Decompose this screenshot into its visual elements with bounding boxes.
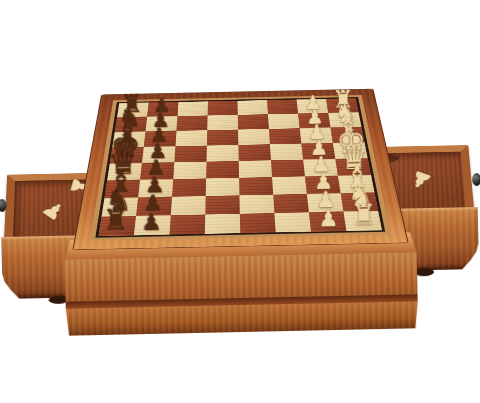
board-plane: ♜♟♟♜♞♟♟♞♝♟♟♝♚♟♟♚♛♟♟♛♝♟♟♝♞♟♟♞♜♟♟♜: [74, 89, 408, 249]
board-inlay-strip: ♜♟♟♜♞♟♟♞♝♟♟♝♚♟♟♚♛♟♟♛♝♟♟♝♞♟♟♞♜♟♟♜: [90, 95, 391, 241]
square-r7c7: ♜: [344, 211, 382, 231]
square-r5c5: [272, 176, 307, 194]
square-r3c4: [238, 144, 271, 161]
base-body: [65, 252, 418, 301]
square-r6c5: [273, 194, 309, 213]
square-r7c0: ♜: [99, 216, 137, 236]
board: ♜♟♟♜♞♟♟♞♝♟♟♝♚♟♟♚♛♟♟♛♝♟♟♝♞♟♟♞♜♟♟♜: [95, 97, 385, 238]
square-r6c3: [205, 195, 240, 214]
black-rook: ♜: [103, 206, 129, 235]
chess-set-group: ♟♟ ♟♟ ♜♟♟♜♞♟♟♞♝♟♟♝♚♟♟♚♛♟♟♛♝♟♟♝♞♟♟♞♜♟♟: [0, 0, 480, 403]
white-rook: ♜: [351, 201, 377, 230]
square-r5c3: [206, 178, 240, 196]
square-r6c2: [171, 196, 206, 215]
square-r1c4: [238, 114, 269, 129]
board-frame: ♜♟♟♜♞♟♟♞♝♟♟♝♚♟♟♚♛♟♟♛♝♟♟♝♞♟♟♞♜♟♟♜: [74, 89, 408, 249]
square-r2c4: [238, 129, 270, 145]
square-r7c6: ♟: [309, 212, 347, 232]
square-r3c5: [270, 144, 303, 161]
product-photo-chess-set: ♟♟ ♟♟ ♜♟♟♜♞♟♟♞♝♟♟♝♚♟♟♚♛♟♟♛♝♟♟♝♞♟♟♞♜♟♟: [0, 0, 480, 403]
square-r5c2: [172, 178, 206, 196]
square-r4c5: [271, 160, 305, 177]
board-scene: ♜♟♟♜♞♟♟♞♝♟♟♝♚♟♟♚♛♟♟♛♝♟♟♝♞♟♟♞♜♟♟♜: [69, 5, 408, 248]
square-r0c2: [177, 101, 208, 116]
white-pawn-lying: ♟: [37, 197, 70, 224]
square-r7c3: [205, 214, 240, 234]
square-r2c5: [269, 128, 302, 144]
square-r1c2: [176, 115, 207, 130]
square-r1c5: [268, 114, 300, 129]
square-r5c4: [239, 177, 273, 195]
square-r4c4: [239, 160, 272, 177]
square-r2c2: [175, 130, 207, 146]
square-r4c2: [173, 162, 206, 179]
square-r6c4: [239, 195, 274, 214]
square-r0c4: [237, 100, 267, 115]
square-r0c3: [208, 101, 238, 116]
square-r4c3: [206, 161, 239, 178]
square-r1c3: [207, 115, 238, 130]
square-r0c5: [267, 100, 298, 115]
white-pawn: ♟: [318, 207, 339, 230]
black-pawn: ♟: [141, 211, 162, 234]
square-r7c4: [240, 213, 276, 233]
white-pawn-lying: ♟: [405, 167, 435, 192]
square-r7c5: [274, 212, 311, 232]
square-r3c2: [174, 146, 207, 163]
square-r2c3: [207, 130, 239, 146]
square-r3c3: [207, 145, 239, 162]
right-drawer-knob-icon: [472, 173, 480, 186]
square-r7c2: [169, 214, 205, 234]
square-r7c1: ♟: [134, 215, 171, 235]
